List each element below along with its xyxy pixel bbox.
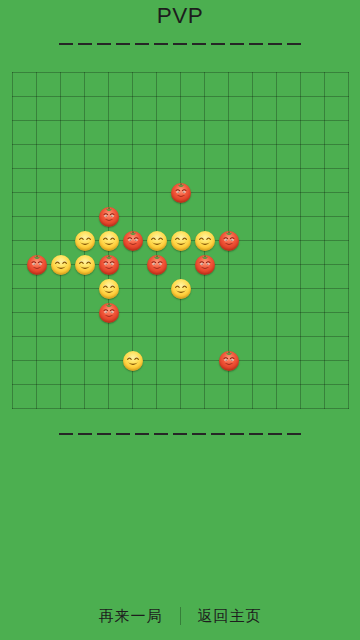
board-cell[interactable] [36,216,60,240]
board-cell[interactable] [36,144,60,168]
board-cell[interactable] [204,120,228,144]
board-cell[interactable] [324,288,348,312]
board-cell[interactable] [204,192,228,216]
board-cell[interactable] [276,216,300,240]
board-cell[interactable] [36,336,60,360]
board-cell[interactable] [132,192,156,216]
board-cell[interactable] [84,120,108,144]
board-cell[interactable] [252,144,276,168]
board-cell[interactable] [300,168,324,192]
smiley-piece [123,351,143,371]
board-cell[interactable] [12,168,36,192]
board-cell[interactable] [228,264,252,288]
tomato-piece [147,255,167,275]
board-cell[interactable] [180,96,204,120]
board-cell[interactable] [228,168,252,192]
board-cell[interactable] [132,384,156,408]
board-cell[interactable] [108,384,132,408]
board-cell[interactable] [300,144,324,168]
board-cell[interactable] [36,168,60,192]
board-cell[interactable] [12,120,36,144]
board-cell[interactable] [324,360,348,384]
board-cell[interactable] [84,384,108,408]
board-cell[interactable] [228,312,252,336]
board-cell[interactable] [300,96,324,120]
board-cell[interactable] [252,72,276,96]
board-cell[interactable] [84,72,108,96]
board-cell[interactable] [12,144,36,168]
board-cell[interactable] [204,168,228,192]
board-cell[interactable] [132,288,156,312]
smiley-piece [195,231,215,251]
board-cell[interactable] [204,144,228,168]
board-cell[interactable] [180,360,204,384]
board-cell[interactable] [252,336,276,360]
board-cell[interactable] [228,384,252,408]
board-cell[interactable] [276,192,300,216]
board-cell[interactable] [132,312,156,336]
tomato-piece [219,351,239,371]
board-cell[interactable] [60,96,84,120]
board-cell[interactable] [60,336,84,360]
board-cell[interactable] [12,192,36,216]
page-title: PVP [0,3,360,29]
board-cell[interactable] [252,168,276,192]
board-cell[interactable] [300,264,324,288]
board-cell[interactable] [204,312,228,336]
smiley-piece [99,279,119,299]
board-cell[interactable] [36,120,60,144]
back-home-button[interactable]: 返回主页 [198,607,262,626]
board-cell[interactable] [300,240,324,264]
board-cell[interactable] [276,72,300,96]
board-cell[interactable] [300,336,324,360]
board-cell[interactable] [12,384,36,408]
smiley-piece [171,279,191,299]
board-cell[interactable] [324,120,348,144]
board-cell[interactable] [276,384,300,408]
board-cell[interactable] [156,312,180,336]
board-cell[interactable] [156,336,180,360]
board-cell[interactable] [60,360,84,384]
board-cell[interactable] [204,288,228,312]
board-cell[interactable] [300,384,324,408]
board-cell[interactable] [276,240,300,264]
board-cell[interactable] [276,168,300,192]
board-cell[interactable] [252,264,276,288]
board-cell[interactable] [252,312,276,336]
board-cell[interactable] [132,96,156,120]
board-cell[interactable] [156,72,180,96]
board-cell[interactable] [132,168,156,192]
board-cell[interactable] [324,72,348,96]
board-cell[interactable] [276,360,300,384]
board-cell[interactable] [180,144,204,168]
board-cell[interactable] [60,192,84,216]
board-cell[interactable] [132,72,156,96]
board-cell[interactable] [300,120,324,144]
board-cell[interactable] [276,144,300,168]
board-cell[interactable] [36,384,60,408]
board-cell[interactable] [36,96,60,120]
tomato-piece [195,255,215,275]
board-cell[interactable] [108,96,132,120]
board-cell[interactable] [36,192,60,216]
board-cell[interactable] [276,264,300,288]
board-cell[interactable] [228,120,252,144]
board-cell[interactable] [84,336,108,360]
smiley-piece [75,231,95,251]
board-cell[interactable] [252,216,276,240]
board-cell[interactable] [60,168,84,192]
board-cell[interactable] [276,120,300,144]
board-cell[interactable] [324,336,348,360]
board-cell[interactable] [60,72,84,96]
board-cell[interactable] [180,336,204,360]
board-cell[interactable] [108,72,132,96]
board-cell[interactable] [180,384,204,408]
board-cell[interactable] [300,360,324,384]
board-cell[interactable] [12,336,36,360]
board-cell[interactable] [180,120,204,144]
board-cell[interactable] [204,72,228,96]
board-cell[interactable] [300,312,324,336]
board-cell[interactable] [180,72,204,96]
tomato-piece [27,255,47,275]
board-cell[interactable] [60,120,84,144]
board-cell[interactable] [12,288,36,312]
smiley-piece [75,255,95,275]
board-cell[interactable] [300,288,324,312]
board-cell[interactable] [324,144,348,168]
board-cell[interactable] [228,288,252,312]
board-cell[interactable] [324,168,348,192]
smiley-piece [51,255,71,275]
board-cell[interactable] [60,384,84,408]
board-cell[interactable] [324,264,348,288]
board-cell[interactable] [300,192,324,216]
board-cell[interactable] [324,384,348,408]
board-cell[interactable] [324,192,348,216]
board-cell[interactable] [84,96,108,120]
board-cell[interactable] [180,312,204,336]
board-cell[interactable] [324,240,348,264]
tomato-piece [99,303,119,323]
board-cell[interactable] [84,144,108,168]
smiley-piece [147,231,167,251]
board-cell[interactable] [84,168,108,192]
tomato-piece [99,207,119,227]
board-cell[interactable] [204,96,228,120]
board-cell[interactable] [156,360,180,384]
board-cell[interactable] [36,360,60,384]
board-cell[interactable] [276,312,300,336]
board-cell[interactable] [276,288,300,312]
board-cell[interactable] [228,72,252,96]
board-cell[interactable] [156,96,180,120]
board-cell[interactable] [228,192,252,216]
board-cell[interactable] [60,288,84,312]
board-cell[interactable] [276,96,300,120]
board-cell[interactable] [252,360,276,384]
smiley-piece [171,231,191,251]
gomoku-board[interactable] [12,72,349,409]
board-cell[interactable] [156,120,180,144]
board-cell[interactable] [12,360,36,384]
board-cell[interactable] [276,336,300,360]
board-cell[interactable] [60,312,84,336]
board-cell[interactable] [252,288,276,312]
board-cell[interactable] [108,168,132,192]
board-cell[interactable] [324,216,348,240]
board-cell[interactable] [204,384,228,408]
board-cell[interactable] [12,312,36,336]
board-cell[interactable] [252,192,276,216]
tomato-piece [123,231,143,251]
top-dashed-divider [59,43,301,46]
board-cell[interactable] [228,144,252,168]
board-cell[interactable] [300,216,324,240]
board-cell[interactable] [12,96,36,120]
board-cell[interactable] [228,96,252,120]
board-cell[interactable] [108,120,132,144]
tomato-piece [171,183,191,203]
board-cell[interactable] [252,96,276,120]
board-cell[interactable] [12,72,36,96]
board-cell[interactable] [252,384,276,408]
board-cell[interactable] [156,144,180,168]
board-cell[interactable] [84,360,108,384]
board-cell[interactable] [156,384,180,408]
board-cell[interactable] [36,72,60,96]
board-cell[interactable] [36,312,60,336]
play-again-button[interactable]: 再来一局 [99,607,163,626]
smiley-piece [99,231,119,251]
board-cell[interactable] [324,96,348,120]
board-cell[interactable] [300,72,324,96]
board-cell[interactable] [132,144,156,168]
board-cell[interactable] [12,216,36,240]
board-cell[interactable] [132,120,156,144]
board-cell[interactable] [252,120,276,144]
tomato-piece [99,255,119,275]
board-cell[interactable] [60,144,84,168]
footer-bar: 再来一局 返回主页 [0,601,360,631]
board-cell[interactable] [108,144,132,168]
board-cell[interactable] [36,288,60,312]
tomato-piece [219,231,239,251]
board-cell[interactable] [324,312,348,336]
board-cell[interactable] [252,240,276,264]
footer-divider [180,607,181,625]
bottom-dashed-divider [59,433,301,436]
